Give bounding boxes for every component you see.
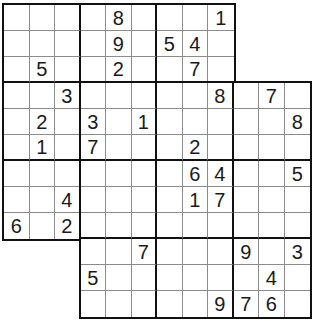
grid-a-cell-r1c2[interactable] (55, 31, 81, 57)
grid-a-cell-r1c8[interactable] (208, 31, 234, 57)
grid-a-cell-r6c2[interactable] (55, 161, 81, 187)
grid-a-cell-r2c6[interactable] (157, 57, 183, 83)
grid-b-cell-r9c11: 3 (285, 239, 311, 265)
grid-b-cell-r7c9[interactable] (234, 187, 260, 213)
grid-b-cell-r10c8[interactable] (208, 265, 234, 291)
grid-b-cell-r3c6[interactable] (157, 83, 183, 109)
grid-b-cell-r10c5[interactable] (132, 265, 158, 291)
grid-b-cell-r5c6[interactable] (157, 135, 183, 161)
grid-b-cell-r6c9[interactable] (234, 161, 260, 187)
grid-a-cell-r5c1: 1 (30, 135, 56, 161)
grid-a-cell-r0c1[interactable] (30, 5, 56, 31)
grid-a-cell-r7c1[interactable] (30, 187, 56, 213)
grid-a-cell-r3c1[interactable] (30, 83, 56, 109)
grid-b-cell-r7c5[interactable] (132, 187, 158, 213)
grid-a-cell-r1c3[interactable] (81, 31, 107, 57)
grid-b-cell-r3c10: 7 (259, 83, 285, 109)
grid-b-cell-r3c11[interactable] (285, 83, 311, 109)
grid-b-cell-r5c8[interactable] (208, 135, 234, 161)
grid-b-cell-r3c8: 8 (208, 83, 234, 109)
grid-a-cell-r3c0[interactable] (4, 83, 30, 109)
grid-a-cell-r8c2: 2 (55, 213, 81, 239)
grid-b-cell-r4c7[interactable] (183, 109, 209, 135)
grid-a-cell-r0c3[interactable] (81, 5, 107, 31)
grid-b-cell-r10c10: 4 (259, 265, 285, 291)
grid-b-cell-r10c4[interactable] (106, 265, 132, 291)
grid-b-cell-r9c4[interactable] (106, 239, 132, 265)
grid-a-cell-r2c1: 5 (30, 57, 56, 83)
grid-a-cell-r0c8: 1 (208, 5, 234, 31)
grid-a-cell-r2c3[interactable] (81, 57, 107, 83)
grid-a-cell-r3c2: 3 (55, 83, 81, 109)
grid-b-cell-r4c6[interactable] (157, 109, 183, 135)
grid-b-cell-r8c7[interactable] (183, 213, 209, 239)
grid-b-cell-r11c3[interactable] (81, 291, 107, 317)
grid-b-cell-r6c8: 4 (208, 161, 234, 187)
grid-b-cell-r7c3[interactable] (81, 187, 107, 213)
grid-b-cell-r10c9[interactable] (234, 265, 260, 291)
grid-b-cell-r7c6[interactable] (157, 187, 183, 213)
grid-b-cell-r8c5[interactable] (132, 213, 158, 239)
grid-b-cell-r4c8[interactable] (208, 109, 234, 135)
grid-b-cell-r8c11[interactable] (285, 213, 311, 239)
grid-b-cell-r6c6[interactable] (157, 161, 183, 187)
grid-b-cell-r5c3: 7 (81, 135, 107, 161)
grid-b-cell-r6c10[interactable] (259, 161, 285, 187)
grid-b-cell-r11c4[interactable] (106, 291, 132, 317)
grid-b-cell-r9c9: 9 (234, 239, 260, 265)
sudoku-grid-bottom-right: 87318726451779354976 (79, 81, 313, 319)
grid-a-cell-r1c1[interactable] (30, 31, 56, 57)
grid-a-cell-r7c0[interactable] (4, 187, 30, 213)
grid-b-cell-r11c11[interactable] (285, 291, 311, 317)
grid-a-cell-r1c7: 4 (183, 31, 209, 57)
grid-b-cell-r5c11[interactable] (285, 135, 311, 161)
grid-b-cell-r3c7[interactable] (183, 83, 209, 109)
grid-b-cell-r9c3[interactable] (81, 239, 107, 265)
grid-a-cell-r1c5[interactable] (132, 31, 158, 57)
grid-a-cell-r6c0[interactable] (4, 161, 30, 187)
grid-a-cell-r7c2: 4 (55, 187, 81, 213)
grid-b-cell-r8c8[interactable] (208, 213, 234, 239)
grid-a-cell-r2c5[interactable] (132, 57, 158, 83)
grid-b-cell-r11c7[interactable] (183, 291, 209, 317)
grid-b-cell-r5c9[interactable] (234, 135, 260, 161)
grid-b-cell-r3c3[interactable] (81, 83, 107, 109)
grid-b-cell-r8c10[interactable] (259, 213, 285, 239)
grid-b-cell-r11c10: 6 (259, 291, 285, 317)
grid-b-cell-r11c8: 9 (208, 291, 234, 317)
grid-a-cell-r2c2[interactable] (55, 57, 81, 83)
grid-b-cell-r6c7: 6 (183, 161, 209, 187)
grid-b-cell-r11c5[interactable] (132, 291, 158, 317)
grid-a-cell-r2c7: 7 (183, 57, 209, 83)
grid-b-cell-r9c8[interactable] (208, 239, 234, 265)
grid-b-cell-r10c3: 5 (81, 265, 107, 291)
puzzle-board: 81954527382311726441762 8731872645177935… (0, 0, 312, 320)
grid-a-cell-r1c4: 9 (106, 31, 132, 57)
grid-a-cell-r4c1: 2 (30, 109, 56, 135)
grid-a-cell-r0c5[interactable] (132, 5, 158, 31)
grid-a-cell-r5c2[interactable] (55, 135, 81, 161)
grid-b-cell-r4c5: 1 (132, 109, 158, 135)
grid-a-cell-r0c6[interactable] (157, 5, 183, 31)
grid-a-cell-r2c4: 2 (106, 57, 132, 83)
grid-b-cell-r4c4[interactable] (106, 109, 132, 135)
grid-b-cell-r5c5[interactable] (132, 135, 158, 161)
grid-a-cell-r2c0[interactable] (4, 57, 30, 83)
grid-a-cell-r1c6: 5 (157, 31, 183, 57)
grid-a-cell-r5c0[interactable] (4, 135, 30, 161)
grid-b-cell-r6c5[interactable] (132, 161, 158, 187)
grid-a-cell-r1c0[interactable] (4, 31, 30, 57)
grid-b-cell-r8c6[interactable] (157, 213, 183, 239)
grid-b-cell-r9c5: 7 (132, 239, 158, 265)
grid-b-cell-r8c4[interactable] (106, 213, 132, 239)
grid-b-cell-r8c3[interactable] (81, 213, 107, 239)
grid-b-cell-r3c4[interactable] (106, 83, 132, 109)
grid-b-cell-r9c6[interactable] (157, 239, 183, 265)
grid-b-cell-r3c5[interactable] (132, 83, 158, 109)
grid-a-cell-r0c2[interactable] (55, 5, 81, 31)
grid-a-cell-r0c0[interactable] (4, 5, 30, 31)
grid-b-cell-r8c9[interactable] (234, 213, 260, 239)
grid-a-cell-r0c4: 8 (106, 5, 132, 31)
grid-b-cell-r4c3: 3 (81, 109, 107, 135)
grid-b-cell-r7c7: 1 (183, 187, 209, 213)
grid-a-cell-r0c7[interactable] (183, 5, 209, 31)
grid-b-cell-r5c7: 2 (183, 135, 209, 161)
grid-b-cell-r7c10[interactable] (259, 187, 285, 213)
grid-b-cell-r7c4[interactable] (106, 187, 132, 213)
grid-b-cell-r11c6[interactable] (157, 291, 183, 317)
grid-b-cell-r6c4[interactable] (106, 161, 132, 187)
grid-b-cell-r4c11: 8 (285, 109, 311, 135)
grid-a-cell-r2c8[interactable] (208, 57, 234, 83)
grid-b-cell-r4c9[interactable] (234, 109, 260, 135)
grid-a-cell-r6c1[interactable] (30, 161, 56, 187)
grid-b-cell-r5c4[interactable] (106, 135, 132, 161)
grid-a-cell-r4c0[interactable] (4, 109, 30, 135)
grid-b-cell-r9c10[interactable] (259, 239, 285, 265)
grid-b-cell-r10c6[interactable] (157, 265, 183, 291)
grid-b-cell-r11c9: 7 (234, 291, 260, 317)
grid-b-cell-r10c7[interactable] (183, 265, 209, 291)
grid-b-cell-r7c11[interactable] (285, 187, 311, 213)
grid-b-cell-r6c11: 5 (285, 161, 311, 187)
grid-b-cell-r7c8: 7 (208, 187, 234, 213)
grid-b-cell-r6c3[interactable] (81, 161, 107, 187)
grid-b-cell-r3c9[interactable] (234, 83, 260, 109)
grid-a-cell-r8c0: 6 (4, 213, 30, 239)
grid-b-cell-r10c11[interactable] (285, 265, 311, 291)
grid-a-cell-r4c2[interactable] (55, 109, 81, 135)
grid-b-cell-r4c10[interactable] (259, 109, 285, 135)
grid-a-cell-r8c1[interactable] (30, 213, 56, 239)
grid-b-cell-r5c10[interactable] (259, 135, 285, 161)
grid-b-cell-r9c7[interactable] (183, 239, 209, 265)
